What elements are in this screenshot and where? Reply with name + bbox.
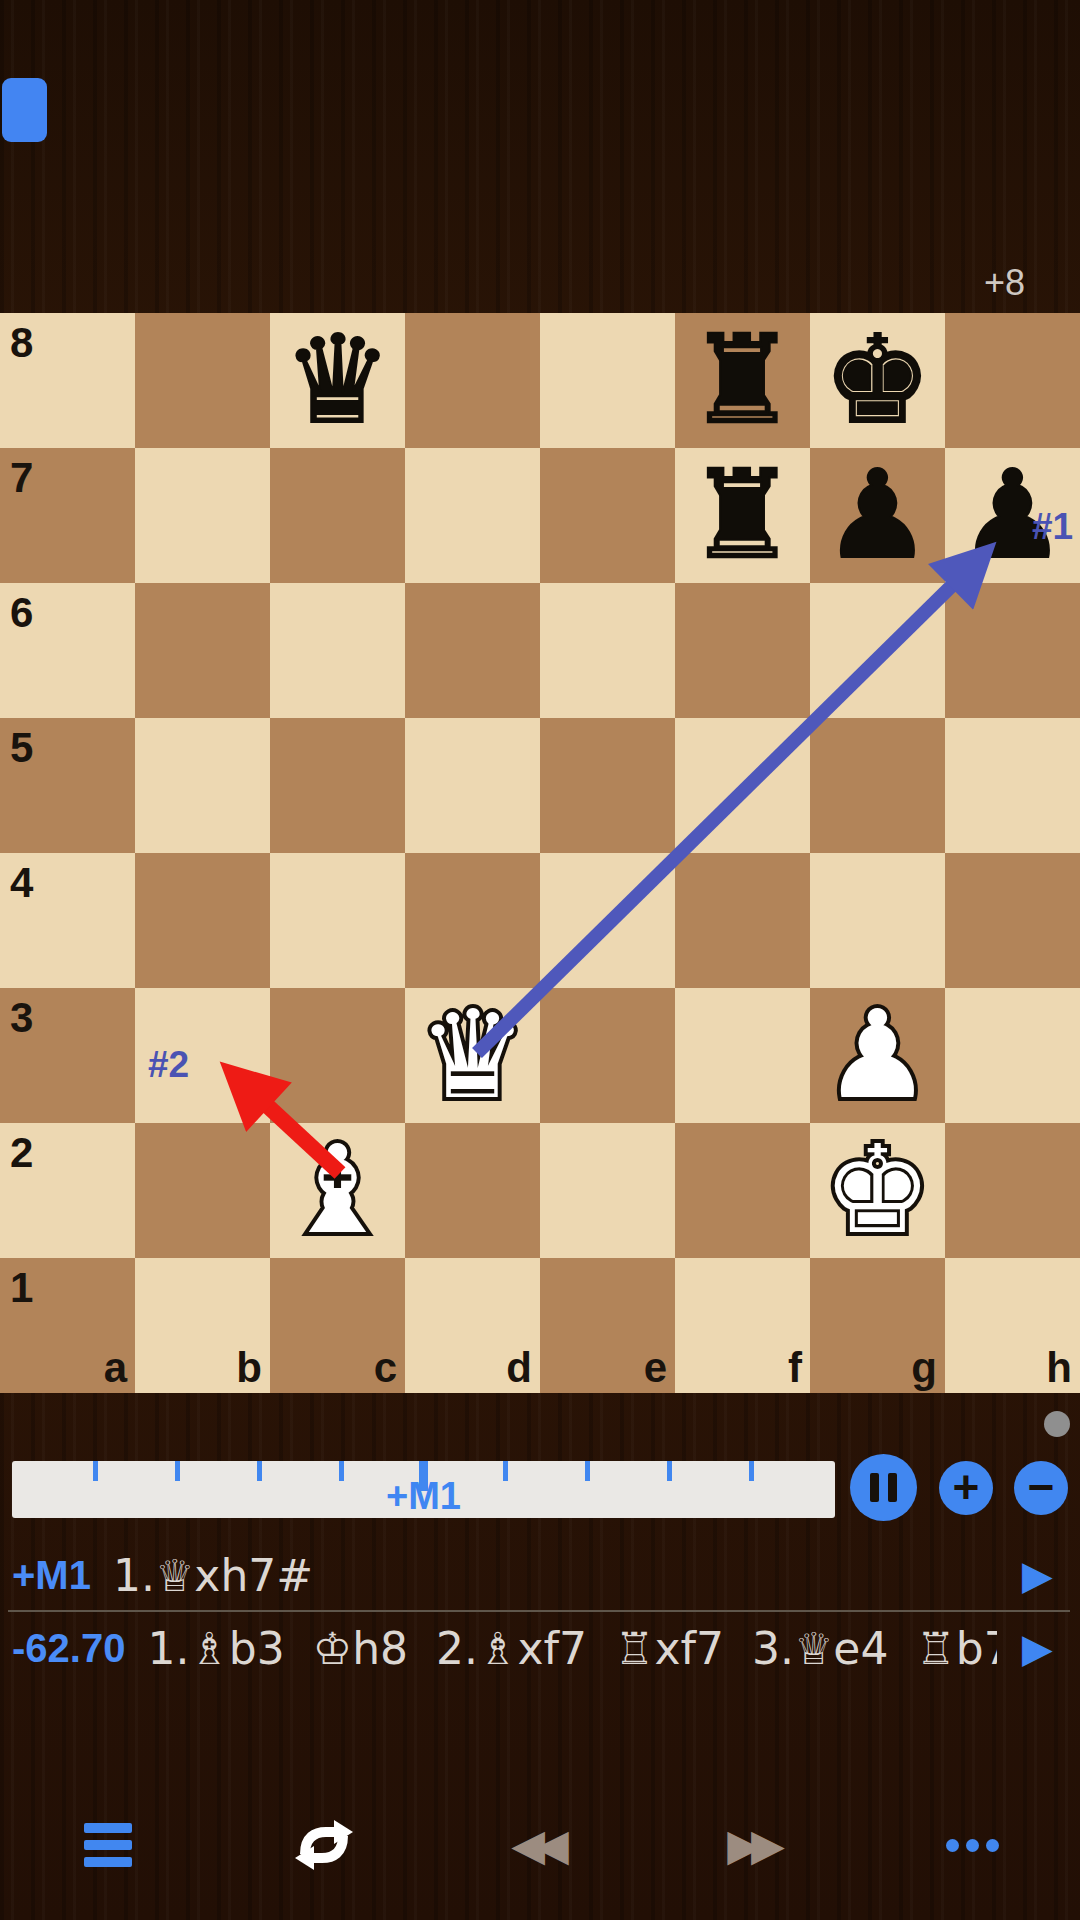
square-h5[interactable] (945, 718, 1080, 853)
line-divider (8, 1610, 1070, 1612)
pause-icon (870, 1473, 897, 1502)
file-label-c: c (270, 1347, 397, 1389)
rank-label-5: 5 (10, 727, 33, 769)
ellipsis-icon (946, 1839, 999, 1852)
square-c3[interactable] (270, 988, 405, 1123)
rewind-button[interactable]: ◀◀ (432, 1803, 648, 1887)
eval-tick (339, 1461, 344, 1481)
line1-moves: 1.♕xh7# (113, 1550, 313, 1601)
square-c5[interactable] (270, 718, 405, 853)
square-h8[interactable] (945, 313, 1080, 448)
square-e7[interactable] (540, 448, 675, 583)
square-e5[interactable] (540, 718, 675, 853)
plus-icon: + (953, 1464, 980, 1510)
square-g5[interactable] (810, 718, 945, 853)
engine-status-dot (1044, 1411, 1070, 1437)
rank-label-4: 4 (10, 862, 33, 904)
square-f5[interactable] (675, 718, 810, 853)
square-d4[interactable] (405, 853, 540, 988)
line2-eval: -62.70 (0, 1626, 125, 1671)
menu-button[interactable] (0, 1803, 216, 1887)
eval-bar[interactable]: +M1 (12, 1461, 835, 1518)
square-c4[interactable] (270, 853, 405, 988)
square-c6[interactable] (270, 583, 405, 718)
rank-label-8: 8 (10, 322, 33, 364)
eval-tick (175, 1461, 180, 1481)
rank-label-2: 2 (10, 1132, 33, 1174)
add-engine-line-button[interactable]: + (939, 1461, 993, 1515)
square-b6[interactable] (135, 583, 270, 718)
rank-label-3: 3 (10, 997, 33, 1039)
square-e3[interactable] (540, 988, 675, 1123)
chess-board[interactable]: 87654321abcdefgh ♛♜♚♜♟♟♛♛♟♟♝♝♚♚ #1 #2 (0, 313, 1080, 1393)
square-h2[interactable] (945, 1123, 1080, 1258)
piece-black-rook-f7[interactable]: ♜ (675, 448, 810, 583)
pause-button[interactable] (850, 1454, 917, 1521)
eval-tick (503, 1461, 508, 1481)
eval-tick (93, 1461, 98, 1481)
file-label-d: d (405, 1347, 532, 1389)
square-h4[interactable] (945, 853, 1080, 988)
eval-tick (585, 1461, 590, 1481)
square-c7[interactable] (270, 448, 405, 583)
overlay-chip[interactable] (2, 78, 47, 142)
engine-line-1[interactable]: +M1 1.♕xh7# ▶ (0, 1542, 1080, 1608)
rewind-icon: ◀◀ (511, 1823, 569, 1867)
fast-forward-button[interactable]: ▶▶ (648, 1803, 864, 1887)
line2-moves: 1.♗b3 ♔h8 2.♗xf7 ♖xf7 3.♕e4 ♖b7 4 (147, 1623, 997, 1674)
eval-tick (749, 1461, 754, 1481)
eval-tick-center (419, 1461, 428, 1491)
remove-engine-line-button[interactable]: − (1014, 1461, 1068, 1515)
more-options-button[interactable] (864, 1803, 1080, 1887)
square-g4[interactable] (810, 853, 945, 988)
square-d7[interactable] (405, 448, 540, 583)
square-b8[interactable] (135, 313, 270, 448)
square-h6[interactable] (945, 583, 1080, 718)
line1-play-icon[interactable]: ▶ (1022, 1555, 1053, 1595)
square-d5[interactable] (405, 718, 540, 853)
square-d8[interactable] (405, 313, 540, 448)
engine-line-2[interactable]: -62.70 1.♗b3 ♔h8 2.♗xf7 ♖xf7 3.♕e4 ♖b7 4… (0, 1615, 1080, 1681)
piece-black-pawn-g7[interactable]: ♟ (810, 448, 945, 583)
fast-forward-icon: ▶▶ (727, 1823, 785, 1867)
square-e6[interactable] (540, 583, 675, 718)
file-label-h: h (945, 1347, 1072, 1389)
square-d6[interactable] (405, 583, 540, 718)
line2-play-icon[interactable]: ▶ (1022, 1628, 1053, 1668)
piece-white-king-g2[interactable]: ♚♚ (810, 1123, 945, 1258)
piece-white-bishop-c2[interactable]: ♝♝ (270, 1123, 405, 1258)
square-h3[interactable] (945, 988, 1080, 1123)
square-b2[interactable] (135, 1123, 270, 1258)
repeat-button[interactable] (216, 1803, 432, 1887)
square-f4[interactable] (675, 853, 810, 988)
file-label-g: g (810, 1347, 937, 1389)
white-advantage-label: +8 (940, 262, 1025, 304)
eval-tick (257, 1461, 262, 1481)
arrow-label-2: #2 (148, 1046, 189, 1083)
rank-label-6: 6 (10, 592, 33, 634)
square-b7[interactable] (135, 448, 270, 583)
rank-label-7: 7 (10, 457, 33, 499)
square-b4[interactable] (135, 853, 270, 988)
line1-eval: +M1 (0, 1553, 91, 1598)
square-b5[interactable] (135, 718, 270, 853)
bottom-toolbar: ◀◀ ▶▶ (0, 1803, 1080, 1887)
piece-black-king-g8[interactable]: ♚ (810, 313, 945, 448)
square-e2[interactable] (540, 1123, 675, 1258)
square-e8[interactable] (540, 313, 675, 448)
repeat-icon (288, 1809, 360, 1881)
file-label-a: a (0, 1347, 127, 1389)
piece-white-queen-d3[interactable]: ♛♛ (405, 988, 540, 1123)
rank-label-1: 1 (10, 1267, 33, 1309)
square-f3[interactable] (675, 988, 810, 1123)
eval-tick (667, 1461, 672, 1481)
square-g6[interactable] (810, 583, 945, 718)
piece-black-queen-c8[interactable]: ♛ (270, 313, 405, 448)
file-label-b: b (135, 1347, 262, 1389)
square-e4[interactable] (540, 853, 675, 988)
minus-icon: − (1028, 1464, 1055, 1510)
app-screen: +8 87654321abcdefgh ♛♜♚♜♟♟♛♛♟♟♝♝♚♚ #1 #2… (0, 0, 1080, 1920)
square-f2[interactable] (675, 1123, 810, 1258)
file-label-f: f (675, 1347, 802, 1389)
square-d2[interactable] (405, 1123, 540, 1258)
arrow-label-1: #1 (1032, 508, 1073, 545)
hamburger-icon (84, 1823, 132, 1867)
square-f6[interactable] (675, 583, 810, 718)
piece-black-rook-f8[interactable]: ♜ (675, 313, 810, 448)
piece-white-pawn-g3[interactable]: ♟♟ (810, 988, 945, 1123)
file-label-e: e (540, 1347, 667, 1389)
